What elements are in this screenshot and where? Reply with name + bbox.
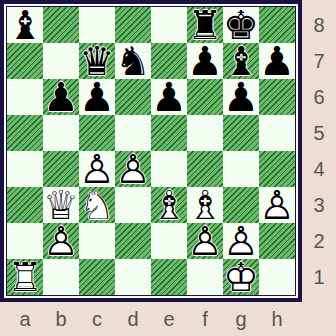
black-piece-fill: ♟ <box>187 43 223 79</box>
rank-label-8: 8 <box>302 7 336 43</box>
board-frame: ♝♜♚♛♞♟♝♟♟♟♟♟♟♙♟♙♛♕♞♘♝♗♝♗♟♙♟♙♟♙♟♙♜♖♚♔ <box>0 0 302 302</box>
square-b8[interactable] <box>43 7 79 43</box>
square-d6[interactable] <box>115 79 151 115</box>
square-h2[interactable] <box>259 223 295 259</box>
square-c3[interactable]: ♞♘ <box>79 187 115 223</box>
file-label-h: h <box>259 302 295 336</box>
file-label-f: f <box>187 302 223 336</box>
square-h7[interactable]: ♟ <box>259 43 295 79</box>
file-label-a: a <box>7 302 43 336</box>
piece-black-pawn[interactable]: ♟ <box>151 79 187 115</box>
square-f7[interactable]: ♟ <box>187 43 223 79</box>
black-piece-fill: ♟ <box>259 43 295 79</box>
square-e1[interactable] <box>151 259 187 295</box>
square-f5[interactable] <box>187 115 223 151</box>
file-label-g: g <box>223 302 259 336</box>
square-a7[interactable] <box>7 43 43 79</box>
black-piece-fill: ♞ <box>115 43 151 79</box>
square-e3[interactable]: ♝♗ <box>151 187 187 223</box>
square-a6[interactable] <box>7 79 43 115</box>
white-piece-outline: ♙ <box>43 223 79 259</box>
file-label-b: b <box>43 302 79 336</box>
file-labels: abcdefgh <box>7 302 295 336</box>
file-label-c: c <box>79 302 115 336</box>
rank-label-5: 5 <box>302 115 336 151</box>
rank-labels: 87654321 <box>302 7 336 295</box>
square-d2[interactable] <box>115 223 151 259</box>
square-b6[interactable]: ♟ <box>43 79 79 115</box>
black-piece-fill: ♟ <box>79 79 115 115</box>
square-c6[interactable]: ♟ <box>79 79 115 115</box>
rank-label-3: 3 <box>302 187 336 223</box>
square-g4[interactable] <box>223 151 259 187</box>
square-d1[interactable] <box>115 259 151 295</box>
rank-label-6: 6 <box>302 79 336 115</box>
square-h6[interactable] <box>259 79 295 115</box>
square-a4[interactable] <box>7 151 43 187</box>
piece-black-pawn[interactable]: ♟ <box>79 79 115 115</box>
square-f6[interactable] <box>187 79 223 115</box>
square-a1[interactable]: ♜♖ <box>7 259 43 295</box>
white-piece-outline: ♙ <box>115 151 151 187</box>
black-piece-fill: ♟ <box>223 79 259 115</box>
piece-black-pawn[interactable]: ♟ <box>223 79 259 115</box>
rank-label-4: 4 <box>302 151 336 187</box>
square-d3[interactable] <box>115 187 151 223</box>
square-e8[interactable] <box>151 7 187 43</box>
white-piece-outline: ♖ <box>7 259 43 295</box>
black-piece-fill: ♟ <box>43 79 79 115</box>
rank-label-2: 2 <box>302 223 336 259</box>
square-b5[interactable] <box>43 115 79 151</box>
piece-black-pawn[interactable]: ♟ <box>259 43 295 79</box>
square-f1[interactable] <box>187 259 223 295</box>
white-piece-outline: ♔ <box>223 259 259 295</box>
square-e6[interactable]: ♟ <box>151 79 187 115</box>
square-a5[interactable] <box>7 115 43 151</box>
rank-label-1: 1 <box>302 259 336 295</box>
square-d4[interactable]: ♟♙ <box>115 151 151 187</box>
square-a3[interactable] <box>7 187 43 223</box>
square-e2[interactable] <box>151 223 187 259</box>
white-piece-outline: ♙ <box>259 187 295 223</box>
square-g1[interactable]: ♚♔ <box>223 259 259 295</box>
file-label-d: d <box>115 302 151 336</box>
square-h5[interactable] <box>259 115 295 151</box>
piece-white-bishop[interactable]: ♝♗ <box>151 187 187 223</box>
piece-white-king[interactable]: ♚♔ <box>223 259 259 295</box>
black-piece-fill: ♝ <box>7 7 43 43</box>
white-piece-outline: ♗ <box>151 187 187 223</box>
square-f2[interactable]: ♟♙ <box>187 223 223 259</box>
file-label-e: e <box>151 302 187 336</box>
square-g6[interactable]: ♟ <box>223 79 259 115</box>
square-g5[interactable] <box>223 115 259 151</box>
square-c1[interactable] <box>79 259 115 295</box>
square-b2[interactable]: ♟♙ <box>43 223 79 259</box>
piece-black-bishop[interactable]: ♝ <box>7 7 43 43</box>
piece-white-rook[interactable]: ♜♖ <box>7 259 43 295</box>
frame-inner-line: ♝♜♚♛♞♟♝♟♟♟♟♟♟♙♟♙♛♕♞♘♝♗♝♗♟♙♟♙♟♙♟♙♜♖♚♔ <box>4 4 298 298</box>
black-piece-fill: ♟ <box>151 79 187 115</box>
square-a8[interactable]: ♝ <box>7 7 43 43</box>
square-h3[interactable]: ♟♙ <box>259 187 295 223</box>
piece-white-pawn[interactable]: ♟♙ <box>115 151 151 187</box>
piece-white-pawn[interactable]: ♟♙ <box>43 223 79 259</box>
piece-black-pawn[interactable]: ♟ <box>187 43 223 79</box>
white-piece-outline: ♙ <box>187 223 223 259</box>
piece-black-pawn[interactable]: ♟ <box>43 79 79 115</box>
white-piece-outline: ♘ <box>79 187 115 223</box>
piece-white-pawn[interactable]: ♟♙ <box>187 223 223 259</box>
square-b1[interactable] <box>43 259 79 295</box>
piece-white-knight[interactable]: ♞♘ <box>79 187 115 223</box>
chess-board: ♝♜♚♛♞♟♝♟♟♟♟♟♟♙♟♙♛♕♞♘♝♗♝♗♟♙♟♙♟♙♟♙♜♖♚♔ <box>6 6 296 296</box>
rank-label-7: 7 <box>302 43 336 79</box>
piece-black-knight[interactable]: ♞ <box>115 43 151 79</box>
square-c2[interactable] <box>79 223 115 259</box>
square-d7[interactable]: ♞ <box>115 43 151 79</box>
square-e5[interactable] <box>151 115 187 151</box>
piece-white-pawn[interactable]: ♟♙ <box>259 187 295 223</box>
square-h1[interactable] <box>259 259 295 295</box>
